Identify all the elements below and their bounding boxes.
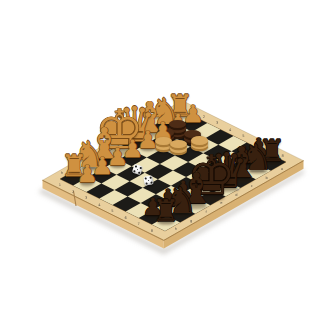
chess-set-photo: aa11bb22cc33dd44ee55ff66gg77hh88 ♜♟♞♟♝♟♛… bbox=[0, 0, 334, 334]
coordinate-label: 1 bbox=[190, 108, 192, 112]
coordinate-label: g bbox=[190, 219, 192, 223]
coordinate-label: c bbox=[137, 128, 139, 132]
coordinate-label: d bbox=[235, 193, 237, 197]
coordinate-label: 2 bbox=[203, 115, 205, 119]
coordinate-label: 7 bbox=[268, 147, 270, 151]
coordinate-label: 3 bbox=[216, 121, 218, 125]
coordinate-label: 7 bbox=[138, 222, 140, 226]
coordinate-label: 5 bbox=[111, 209, 113, 213]
coordinate-label: d bbox=[121, 136, 123, 140]
coordinate-label: 1 bbox=[59, 183, 61, 187]
coordinate-label: a bbox=[167, 111, 169, 115]
coordinate-label: a bbox=[281, 167, 283, 171]
coordinate-label: 2 bbox=[72, 190, 74, 194]
coordinate-label: g bbox=[76, 162, 78, 166]
coordinate-label: c bbox=[251, 184, 253, 188]
coordinate-label: h bbox=[175, 227, 177, 231]
coordinate-label: h bbox=[61, 171, 63, 175]
coordinate-label: 3 bbox=[85, 196, 87, 200]
coordinate-label: 5 bbox=[242, 134, 244, 138]
